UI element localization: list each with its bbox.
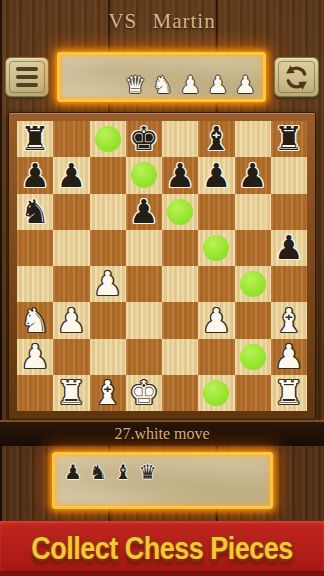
white-pawn[interactable]: ♟ [198,303,234,339]
white-rook[interactable]: ♜ [53,375,89,411]
square-c6[interactable] [90,194,126,230]
square-h4[interactable] [271,266,307,302]
captured-white-pawn: ♟ [234,73,256,97]
black-pawn[interactable]: ♟ [235,158,271,194]
square-a2[interactable]: ♟ [17,339,53,375]
square-f5[interactable] [198,230,234,266]
white-knight[interactable]: ♞ [17,303,53,339]
black-pawn[interactable]: ♟ [198,158,234,194]
refresh-icon [283,64,310,91]
square-b3[interactable]: ♟ [53,302,89,338]
promo-banner-text: Collect Chess Pieces [31,530,293,567]
black-rook[interactable]: ♜ [17,121,53,157]
square-c5[interactable] [90,230,126,266]
captured-pieces-tray-bottom: ♟♞♝♛ [52,452,273,509]
white-pawn[interactable]: ♟ [271,339,307,375]
square-a6[interactable]: ♞ [17,194,53,230]
square-g6[interactable] [235,194,271,230]
hamburger-icon [16,67,38,87]
white-king[interactable]: ♚ [126,375,162,411]
square-d4[interactable] [126,266,162,302]
square-f1[interactable] [198,375,234,411]
black-pawn[interactable]: ♟ [53,158,89,194]
captured-black-bishop: ♝ [114,462,132,482]
square-h2[interactable]: ♟ [271,339,307,375]
square-c8[interactable] [90,121,126,157]
black-bishop[interactable]: ♝ [198,121,234,157]
captured-white-pawn: ♟ [207,73,229,97]
square-a7[interactable]: ♟ [17,157,53,193]
square-g5[interactable] [235,230,271,266]
square-a1[interactable] [17,375,53,411]
captured-black-queen: ♛ [139,462,157,482]
square-f3[interactable]: ♟ [198,302,234,338]
square-d8[interactable]: ♚ [126,121,162,157]
square-g3[interactable] [235,302,271,338]
legal-move-highlight[interactable] [131,162,157,188]
square-d3[interactable] [126,302,162,338]
chess-board: ♜♚♝♜♟♟♟♟♟♞♟♟♟♞♟♟♝♟♟♜♝♚♜ [17,121,307,411]
square-e3[interactable] [162,302,198,338]
black-pawn[interactable]: ♟ [17,158,53,194]
refresh-button[interactable] [274,57,319,97]
square-e1[interactable] [162,375,198,411]
square-g4[interactable] [235,266,271,302]
square-h1[interactable]: ♜ [271,375,307,411]
legal-move-highlight[interactable] [240,344,266,370]
square-c2[interactable] [90,339,126,375]
square-b7[interactable]: ♟ [53,157,89,193]
white-pawn[interactable]: ♟ [90,266,126,302]
white-pawn[interactable]: ♟ [17,339,53,375]
white-bishop[interactable]: ♝ [271,303,307,339]
captured-white-queen: ♛ [124,73,146,97]
square-b4[interactable] [53,266,89,302]
square-c4[interactable]: ♟ [90,266,126,302]
square-f4[interactable] [198,266,234,302]
square-b1[interactable]: ♜ [53,375,89,411]
square-a4[interactable] [17,266,53,302]
app-screen: VS Martin ♛♞♟♟♟ ♜♚♝♜♟♟♟♟♟♞♟♟♟♞♟♟♝♟♟♜♝♚♜ … [0,0,324,576]
promo-banner: Collect Chess Pieces [0,521,324,576]
square-h8[interactable]: ♜ [271,121,307,157]
captured-white-pawn: ♟ [179,73,201,97]
square-d1[interactable]: ♚ [126,375,162,411]
square-a5[interactable] [17,230,53,266]
white-pawn[interactable]: ♟ [53,303,89,339]
board-frame: ♜♚♝♜♟♟♟♟♟♞♟♟♟♞♟♟♝♟♟♜♝♚♜ [8,112,316,420]
legal-move-highlight[interactable] [203,380,229,406]
square-f2[interactable] [198,339,234,375]
square-b5[interactable] [53,230,89,266]
square-f7[interactable]: ♟ [198,157,234,193]
square-e8[interactable] [162,121,198,157]
square-e4[interactable] [162,266,198,302]
square-g8[interactable] [235,121,271,157]
square-b8[interactable] [53,121,89,157]
square-a3[interactable]: ♞ [17,302,53,338]
square-b2[interactable] [53,339,89,375]
menu-button[interactable] [5,57,49,97]
square-f6[interactable] [198,194,234,230]
black-king[interactable]: ♚ [126,121,162,157]
legal-move-highlight[interactable] [95,126,121,152]
move-status-bar: 27.white move [0,420,324,446]
square-e5[interactable] [162,230,198,266]
black-pawn[interactable]: ♟ [271,230,307,266]
legal-move-highlight[interactable] [203,235,229,261]
square-c1[interactable]: ♝ [90,375,126,411]
captured-black-knight: ♞ [89,462,107,482]
square-e6[interactable] [162,194,198,230]
square-g1[interactable] [235,375,271,411]
square-g2[interactable] [235,339,271,375]
square-h6[interactable] [271,194,307,230]
square-g7[interactable]: ♟ [235,157,271,193]
opponent-title: VS Martin [0,9,324,34]
square-b6[interactable] [53,194,89,230]
black-pawn[interactable]: ♟ [162,158,198,194]
square-e2[interactable] [162,339,198,375]
captured-black-pawn: ♟ [64,462,82,482]
white-bishop[interactable]: ♝ [90,375,126,411]
move-status-text: 27.white move [114,425,209,443]
square-h3[interactable]: ♝ [271,302,307,338]
square-d6[interactable]: ♟ [126,194,162,230]
square-f8[interactable]: ♝ [198,121,234,157]
square-c3[interactable] [90,302,126,338]
captured-white-knight: ♞ [152,73,174,97]
square-d5[interactable] [126,230,162,266]
white-rook[interactable]: ♜ [271,375,307,411]
square-h5[interactable]: ♟ [271,230,307,266]
black-knight[interactable]: ♞ [17,194,53,230]
square-d7[interactable] [126,157,162,193]
square-e7[interactable]: ♟ [162,157,198,193]
legal-move-highlight[interactable] [167,199,193,225]
black-pawn[interactable]: ♟ [126,194,162,230]
legal-move-highlight[interactable] [240,271,266,297]
black-rook[interactable]: ♜ [271,121,307,157]
square-d2[interactable] [126,339,162,375]
captured-pieces-tray-top: ♛♞♟♟♟ [57,52,266,102]
square-a8[interactable]: ♜ [17,121,53,157]
square-h7[interactable] [271,157,307,193]
square-c7[interactable] [90,157,126,193]
